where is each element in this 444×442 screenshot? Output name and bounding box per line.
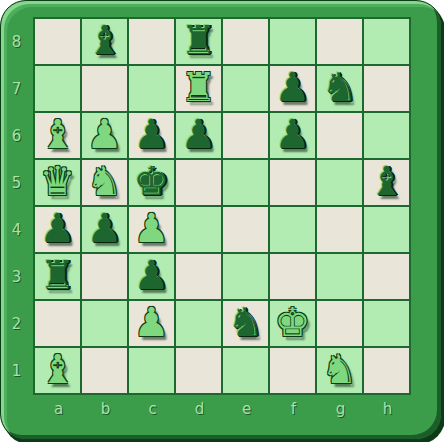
square-a2[interactable] [35,301,80,346]
square-g8[interactable] [317,19,362,64]
square-e5[interactable] [223,160,268,205]
square-g3[interactable] [317,254,362,299]
rank-label-3: 3 [0,254,33,299]
square-b5[interactable]: ♞ [82,160,127,205]
square-a5[interactable]: ♛ [35,160,80,205]
square-f1[interactable] [270,348,315,393]
square-d5[interactable] [176,160,221,205]
square-h3[interactable] [364,254,409,299]
square-f5[interactable] [270,160,315,205]
piece-black-pawn[interactable]: ♟ [275,65,311,110]
file-label-e: e [223,399,270,419]
square-b6[interactable]: ♟ [82,113,127,158]
square-b7[interactable] [82,66,127,111]
piece-black-pawn[interactable]: ♟ [134,112,170,157]
file-label-d: d [176,399,223,419]
file-label-b: b [82,399,129,419]
square-h7[interactable] [364,66,409,111]
piece-white-pawn[interactable]: ♟ [134,300,170,345]
square-g5[interactable] [317,160,362,205]
square-f2[interactable]: ♚ [270,301,315,346]
piece-white-knight[interactable]: ♞ [322,347,358,392]
square-e1[interactable] [223,348,268,393]
square-e7[interactable] [223,66,268,111]
square-c8[interactable] [129,19,174,64]
piece-white-knight[interactable]: ♞ [87,159,123,204]
square-b8[interactable]: ♝ [82,19,127,64]
piece-black-pawn[interactable]: ♟ [134,253,170,298]
square-g1[interactable]: ♞ [317,348,362,393]
square-c7[interactable] [129,66,174,111]
square-b4[interactable]: ♟ [82,207,127,252]
piece-white-pawn[interactable]: ♟ [87,112,123,157]
chess-board: ♝♜♜♟♞♝♟♟♟♟♛♞♚♝♟♟♟♜♟♟♞♚♝♞ [33,17,411,395]
square-c2[interactable]: ♟ [129,301,174,346]
piece-black-bishop[interactable]: ♝ [369,159,405,204]
square-e4[interactable] [223,207,268,252]
rank-label-8: 8 [0,19,33,64]
piece-black-knight[interactable]: ♞ [228,300,264,345]
piece-white-king[interactable]: ♚ [275,300,311,345]
square-g4[interactable] [317,207,362,252]
file-label-a: a [35,399,82,419]
rank-label-4: 4 [0,207,33,252]
piece-white-queen[interactable]: ♛ [40,159,76,204]
piece-white-pawn[interactable]: ♟ [134,206,170,251]
square-c4[interactable]: ♟ [129,207,174,252]
piece-black-pawn[interactable]: ♟ [87,206,123,251]
square-d3[interactable] [176,254,221,299]
piece-white-bishop[interactable]: ♝ [40,347,76,392]
square-h1[interactable] [364,348,409,393]
square-h2[interactable] [364,301,409,346]
square-d4[interactable] [176,207,221,252]
rank-label-1: 1 [0,348,33,393]
piece-black-king[interactable]: ♚ [134,159,170,204]
square-g2[interactable] [317,301,362,346]
file-label-h: h [364,399,411,419]
piece-white-bishop[interactable]: ♝ [40,112,76,157]
square-f7[interactable]: ♟ [270,66,315,111]
square-h6[interactable] [364,113,409,158]
rank-label-7: 7 [0,66,33,111]
piece-black-pawn[interactable]: ♟ [275,112,311,157]
square-a4[interactable]: ♟ [35,207,80,252]
square-d2[interactable] [176,301,221,346]
square-h5[interactable]: ♝ [364,160,409,205]
square-d7[interactable]: ♜ [176,66,221,111]
square-b2[interactable] [82,301,127,346]
square-d1[interactable] [176,348,221,393]
file-label-c: c [129,399,176,419]
square-f6[interactable]: ♟ [270,113,315,158]
piece-black-pawn[interactable]: ♟ [181,112,217,157]
square-e2[interactable]: ♞ [223,301,268,346]
square-g7[interactable]: ♞ [317,66,362,111]
rank-label-5: 5 [0,160,33,205]
square-c5[interactable]: ♚ [129,160,174,205]
piece-black-rook[interactable]: ♜ [40,253,76,298]
piece-black-bishop[interactable]: ♝ [87,18,123,63]
square-e8[interactable] [223,19,268,64]
rank-label-2: 2 [0,301,33,346]
piece-black-rook[interactable]: ♜ [181,18,217,63]
square-c6[interactable]: ♟ [129,113,174,158]
piece-black-knight[interactable]: ♞ [322,65,358,110]
piece-white-rook[interactable]: ♜ [181,65,217,110]
square-f8[interactable] [270,19,315,64]
square-e3[interactable] [223,254,268,299]
square-c3[interactable]: ♟ [129,254,174,299]
square-d8[interactable]: ♜ [176,19,221,64]
square-f3[interactable] [270,254,315,299]
square-f4[interactable] [270,207,315,252]
square-b3[interactable] [82,254,127,299]
square-a1[interactable]: ♝ [35,348,80,393]
square-g6[interactable] [317,113,362,158]
square-e6[interactable] [223,113,268,158]
square-h4[interactable] [364,207,409,252]
square-a3[interactable]: ♜ [35,254,80,299]
square-d6[interactable]: ♟ [176,113,221,158]
square-b1[interactable] [82,348,127,393]
file-label-f: f [270,399,317,419]
rank-label-6: 6 [0,113,33,158]
square-a8[interactable] [35,19,80,64]
file-label-g: g [317,399,364,419]
square-c1[interactable] [129,348,174,393]
square-a7[interactable] [35,66,80,111]
square-a6[interactable]: ♝ [35,113,80,158]
square-h8[interactable] [364,19,409,64]
piece-black-pawn[interactable]: ♟ [40,206,76,251]
